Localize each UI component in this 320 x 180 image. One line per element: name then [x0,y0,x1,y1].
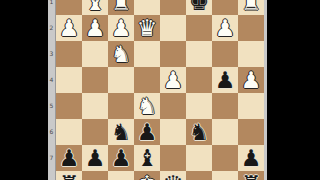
white-rook[interactable]: ♜ [111,0,132,15]
square[interactable]: ♟ [160,67,186,93]
square[interactable]: ♟ [134,119,160,145]
square[interactable] [186,93,212,119]
white-pawn[interactable]: ♟ [215,15,236,41]
square[interactable] [134,67,160,93]
rank-label: 7 [48,155,55,161]
square[interactable]: ♟ [238,67,264,93]
square[interactable]: ♟ [56,15,82,41]
square[interactable]: ♟ [108,15,134,41]
square[interactable] [56,119,82,145]
square[interactable]: ♜ [56,171,82,180]
square[interactable]: ♚ [134,171,160,180]
square[interactable] [82,171,108,180]
square[interactable] [212,171,238,180]
square[interactable]: ♟ [212,15,238,41]
square[interactable]: ♞ [134,93,160,119]
square[interactable]: ♜ [108,0,134,15]
square[interactable]: ♞ [108,41,134,67]
square[interactable] [160,145,186,171]
rank-label: 3 [48,51,55,57]
square[interactable] [82,67,108,93]
board-right-frame [264,0,267,180]
square[interactable] [238,15,264,41]
black-bishop[interactable]: ♝ [137,145,158,171]
black-pawn[interactable]: ♟ [241,145,262,171]
square[interactable] [238,119,264,145]
white-pawn[interactable]: ♟ [241,67,262,93]
square[interactable] [82,119,108,145]
white-pawn[interactable]: ♟ [163,67,184,93]
square[interactable] [186,171,212,180]
chess-video-frame: 12345678 ♝♜♚♜♟♟♟♛♟♞♟♟♟♞♞♟♞♟♟♟♝♟♜♚♛♜ [0,0,320,180]
square[interactable]: ♜ [238,0,264,15]
square[interactable] [56,67,82,93]
square[interactable] [212,0,238,15]
square[interactable] [108,171,134,180]
white-knight[interactable]: ♞ [111,41,132,67]
rank-label: 5 [48,103,55,109]
square[interactable] [212,119,238,145]
board-viewport: ♝♜♚♜♟♟♟♛♟♞♟♟♟♞♞♟♞♟♟♟♝♟♜♚♛♜ [56,0,264,180]
square[interactable]: ♟ [212,67,238,93]
square[interactable] [56,41,82,67]
square[interactable]: ♟ [56,145,82,171]
rank-label: 6 [48,129,55,135]
square[interactable]: ♝ [82,0,108,15]
white-pawn[interactable]: ♟ [85,15,106,41]
black-king[interactable]: ♚ [189,0,210,15]
square[interactable] [186,67,212,93]
square[interactable] [160,0,186,15]
white-knight[interactable]: ♞ [137,93,158,119]
square[interactable] [108,67,134,93]
square[interactable] [160,41,186,67]
square[interactable] [212,93,238,119]
square[interactable] [186,41,212,67]
square[interactable]: ♜ [238,171,264,180]
white-rook[interactable]: ♜ [241,0,262,15]
rank-label: 1 [48,0,55,5]
square[interactable]: ♚ [186,0,212,15]
square[interactable] [238,41,264,67]
square[interactable]: ♛ [134,15,160,41]
black-pawn[interactable]: ♟ [111,145,132,171]
square[interactable]: ♞ [186,119,212,145]
square[interactable] [160,15,186,41]
white-queen[interactable]: ♛ [137,15,158,41]
square[interactable] [56,0,82,15]
chess-board[interactable]: ♝♜♚♜♟♟♟♛♟♞♟♟♟♞♞♟♞♟♟♟♝♟♜♚♛♜ [56,0,264,180]
square[interactable] [186,15,212,41]
square[interactable]: ♛ [160,171,186,180]
white-king[interactable]: ♚ [137,171,158,180]
white-bishop[interactable]: ♝ [85,0,106,15]
square[interactable] [160,119,186,145]
square[interactable] [134,0,160,15]
black-knight[interactable]: ♞ [189,119,210,145]
square[interactable] [82,41,108,67]
square[interactable] [82,93,108,119]
white-pawn[interactable]: ♟ [111,15,132,41]
black-pawn[interactable]: ♟ [137,119,158,145]
square[interactable]: ♟ [108,145,134,171]
square[interactable]: ♝ [134,145,160,171]
black-pawn[interactable]: ♟ [85,145,106,171]
square[interactable] [186,145,212,171]
white-pawn[interactable]: ♟ [59,15,80,41]
black-knight[interactable]: ♞ [111,119,132,145]
square[interactable] [160,93,186,119]
square[interactable] [134,41,160,67]
black-queen[interactable]: ♛ [163,171,184,180]
square[interactable] [56,93,82,119]
square[interactable] [108,93,134,119]
black-pawn[interactable]: ♟ [59,145,80,171]
square[interactable] [212,41,238,67]
black-rook[interactable]: ♜ [59,171,80,180]
square[interactable] [212,145,238,171]
square[interactable] [238,93,264,119]
square[interactable]: ♟ [82,15,108,41]
black-rook[interactable]: ♜ [241,171,262,180]
black-pawn[interactable]: ♟ [215,67,236,93]
square[interactable]: ♞ [108,119,134,145]
rank-label: 2 [48,25,55,31]
square[interactable]: ♟ [238,145,264,171]
rank-coordinate-strip: 12345678 [48,0,56,180]
rank-label: 4 [48,77,55,83]
square[interactable]: ♟ [82,145,108,171]
